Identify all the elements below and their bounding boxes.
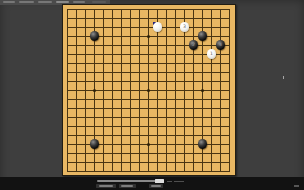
move-number: 3 bbox=[180, 22, 190, 32]
menubar-item bbox=[92, 1, 106, 3]
status-speck bbox=[294, 185, 299, 187]
star-point bbox=[201, 89, 204, 92]
menubar-item bbox=[19, 1, 34, 3]
nav-button-label bbox=[121, 185, 133, 186]
menubar-item bbox=[3, 1, 15, 3]
stone-black-D16[interactable] bbox=[90, 31, 100, 41]
board-grid[interactable]: 1234 bbox=[67, 9, 230, 172]
star-point bbox=[147, 89, 150, 92]
slider-knob[interactable] bbox=[155, 179, 164, 183]
nav-button-label bbox=[151, 185, 161, 186]
stone-black-P15[interactable]: 2 bbox=[189, 40, 199, 50]
nav-button-1[interactable] bbox=[96, 184, 116, 188]
stone-black-Q16[interactable] bbox=[198, 31, 208, 41]
nav-button-3[interactable] bbox=[149, 184, 163, 188]
app-window: 1234 bbox=[0, 0, 304, 190]
stone-white-L17[interactable] bbox=[153, 22, 163, 32]
menubar-item bbox=[73, 1, 85, 3]
progress-slider[interactable] bbox=[97, 180, 164, 182]
counter-text bbox=[167, 181, 172, 183]
star-point bbox=[147, 143, 150, 146]
move-number: 4 bbox=[216, 40, 226, 50]
stone-white-O17[interactable]: 3 bbox=[180, 22, 190, 32]
star-point bbox=[93, 89, 96, 92]
nav-button-label bbox=[99, 185, 113, 186]
move-number: 2 bbox=[189, 40, 199, 50]
last-move-marker bbox=[153, 22, 156, 25]
go-board[interactable]: 1234 bbox=[62, 4, 236, 176]
stone-black-S15[interactable]: 4 bbox=[216, 40, 226, 50]
menubar-item bbox=[38, 1, 52, 3]
player-controls-bar bbox=[0, 177, 304, 190]
menubar-item bbox=[56, 1, 69, 3]
stone-black-Q4[interactable] bbox=[198, 139, 208, 149]
stone-white-R14[interactable]: 1 bbox=[207, 49, 217, 59]
nav-button-2[interactable] bbox=[119, 184, 136, 188]
counter-text bbox=[174, 181, 184, 183]
move-number: 1 bbox=[207, 49, 217, 59]
star-point bbox=[147, 35, 150, 38]
cursor-dot bbox=[283, 76, 285, 79]
stone-black-D4[interactable] bbox=[90, 139, 100, 149]
